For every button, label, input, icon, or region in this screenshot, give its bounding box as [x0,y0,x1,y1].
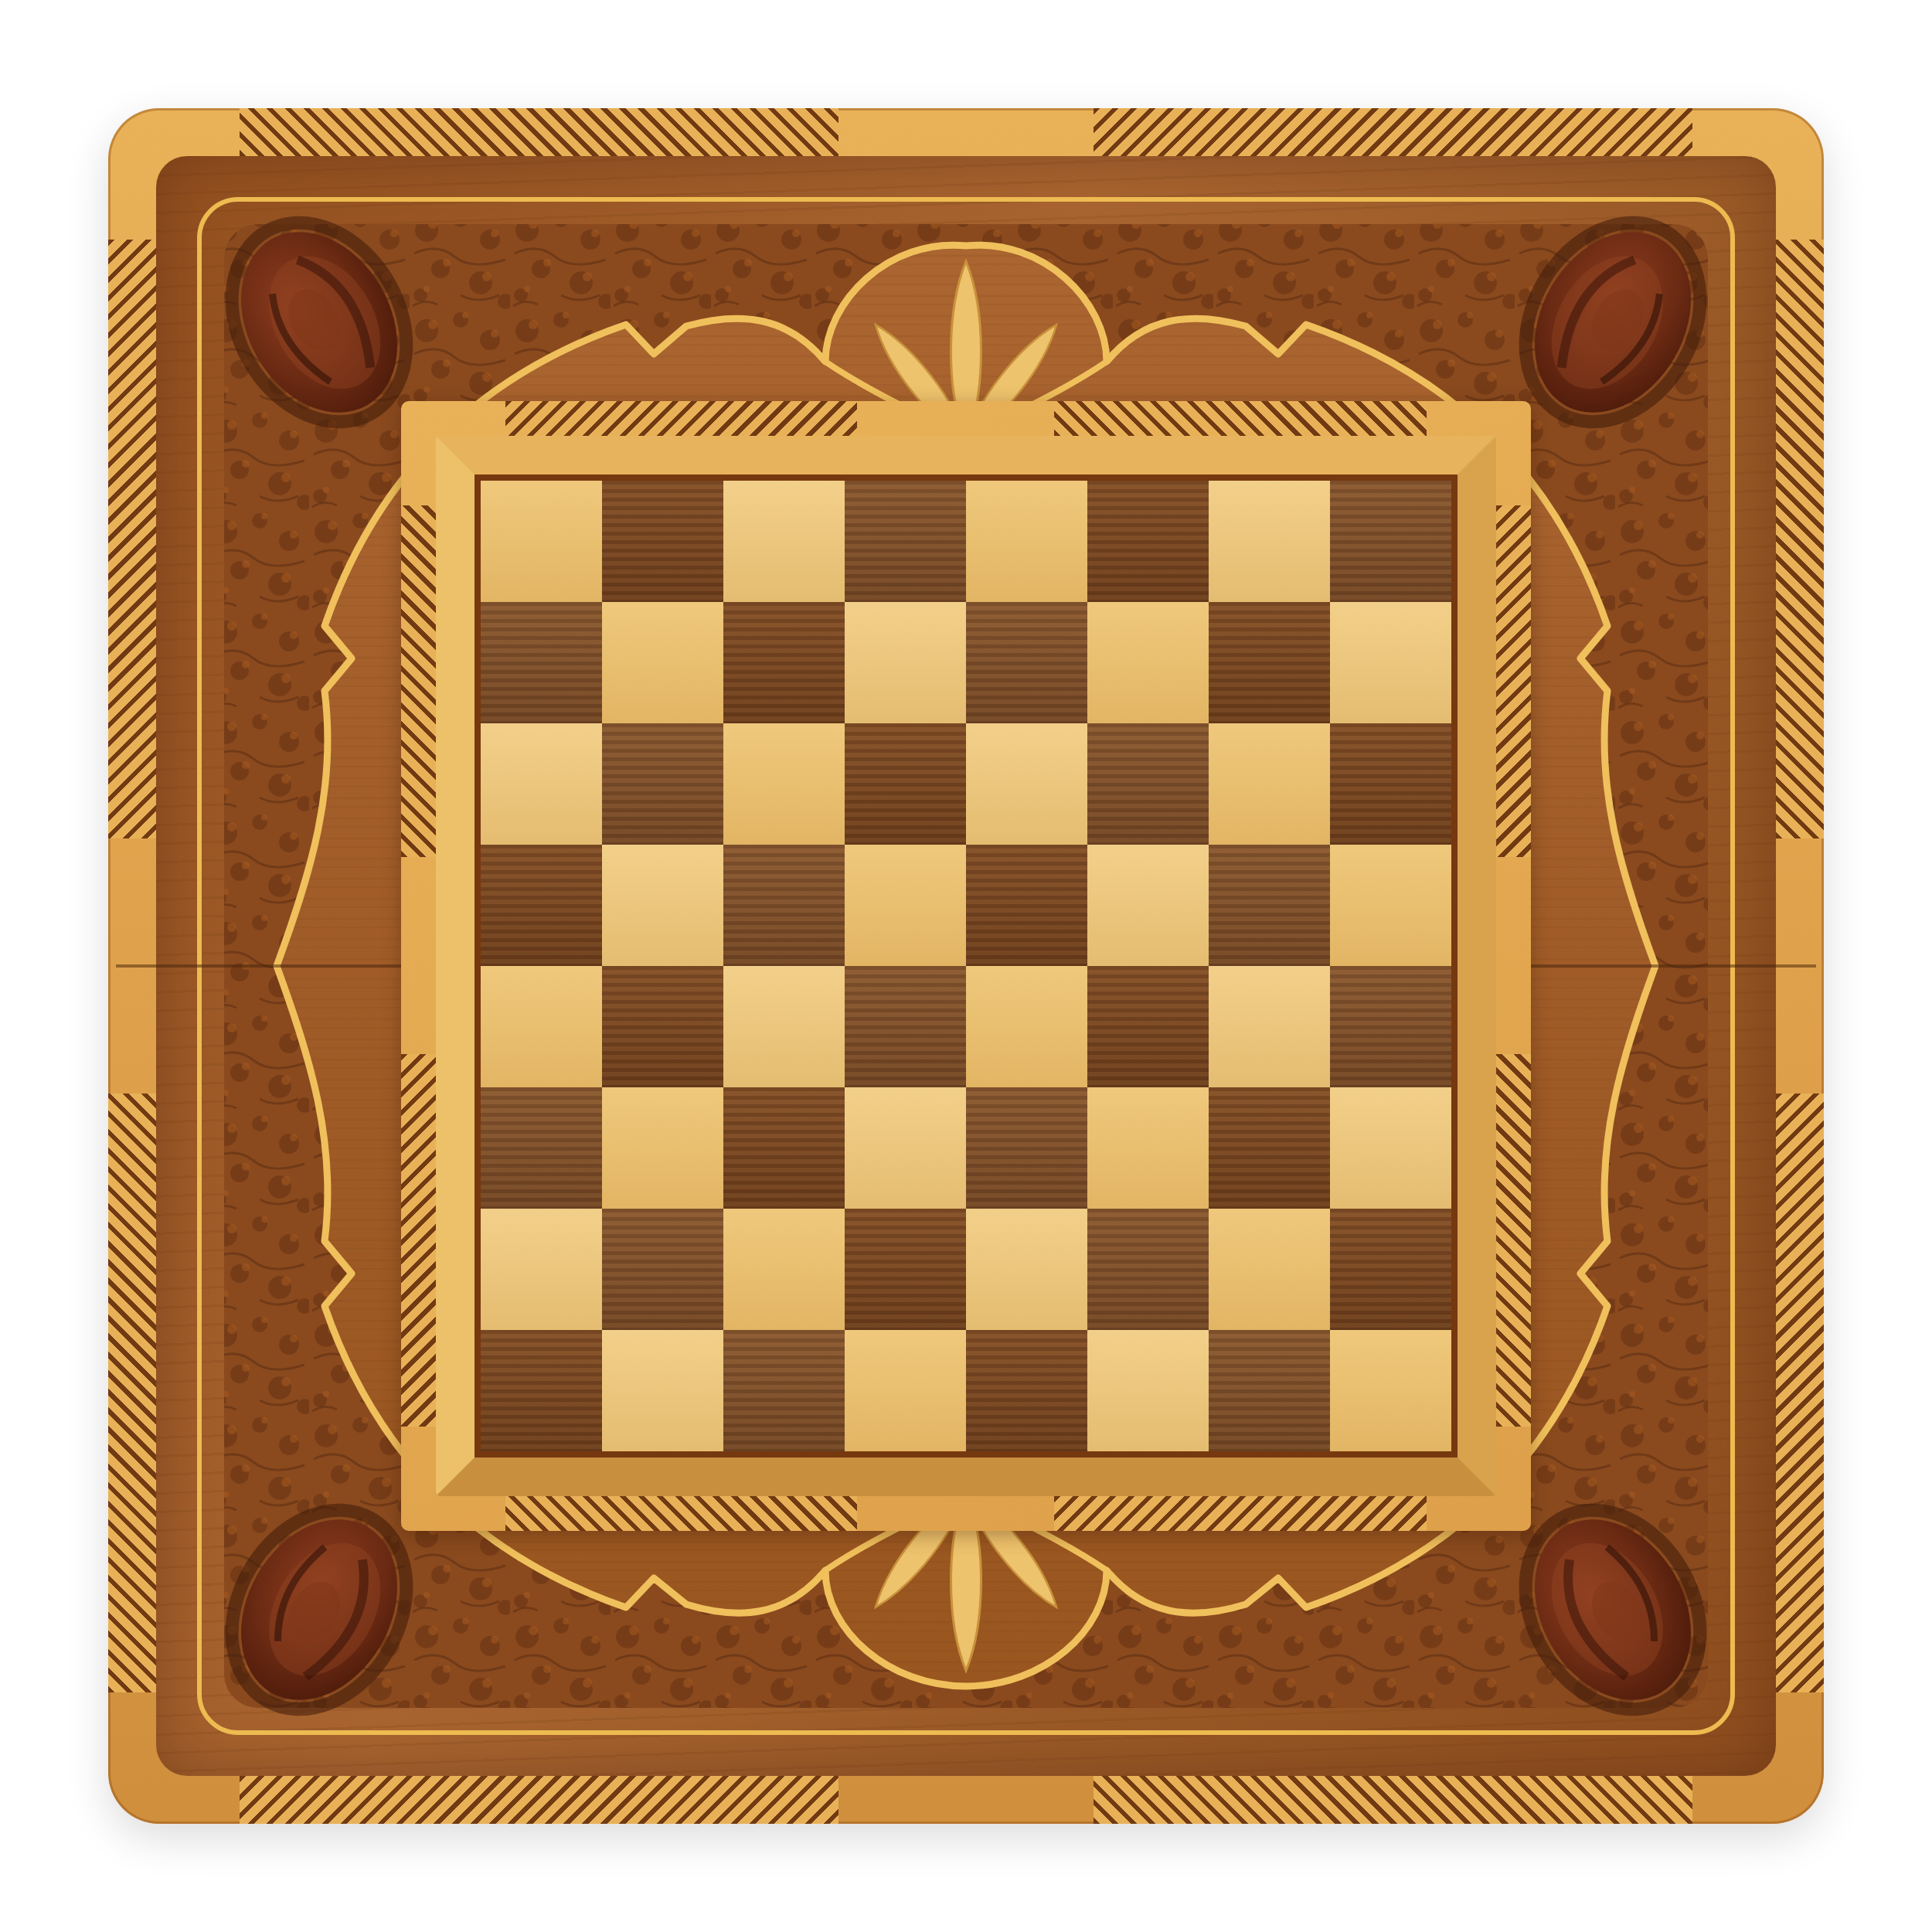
square-c6[interactable] [723,723,845,845]
square-f3[interactable] [1087,1087,1209,1209]
square-e1[interactable] [966,1330,1087,1451]
square-e2[interactable] [966,1209,1087,1330]
square-e5[interactable] [966,845,1087,966]
square-g2[interactable] [1209,1209,1330,1330]
square-e4[interactable] [966,966,1087,1087]
square-c1[interactable] [723,1330,845,1451]
square-c4[interactable] [723,966,845,1087]
square-h1[interactable] [1330,1330,1451,1451]
square-d7[interactable] [845,602,966,723]
square-f6[interactable] [1087,723,1209,845]
square-g8[interactable] [1209,481,1330,602]
square-h5[interactable] [1330,845,1451,966]
stripe-segment-bottom-near [505,1496,857,1531]
square-f7[interactable] [1087,602,1209,723]
square-a4[interactable] [481,966,602,1087]
square-h8[interactable] [1330,481,1451,602]
square-a2[interactable] [481,1209,602,1330]
square-a6[interactable] [481,723,602,845]
stripe-segment-right-near [1496,505,1531,857]
stripe-segment-left-near [401,505,436,857]
square-b5[interactable] [602,845,723,966]
square-f8[interactable] [1087,481,1209,602]
square-b4[interactable] [602,966,723,1087]
square-a8[interactable] [481,481,602,602]
square-b1[interactable] [602,1330,723,1451]
stripe-segment-left-far [401,1054,436,1427]
square-f4[interactable] [1087,966,1209,1087]
chessboard-grid [481,481,1451,1451]
square-h2[interactable] [1330,1209,1451,1330]
square-b6[interactable] [602,723,723,845]
square-a5[interactable] [481,845,602,966]
square-g3[interactable] [1209,1087,1330,1209]
square-h7[interactable] [1330,602,1451,723]
square-e3[interactable] [966,1087,1087,1209]
stripe-segment-bottom-far [1054,1496,1427,1531]
square-h6[interactable] [1330,723,1451,845]
square-g4[interactable] [1209,966,1330,1087]
square-d3[interactable] [845,1087,966,1209]
square-a1[interactable] [481,1330,602,1451]
square-f1[interactable] [1087,1330,1209,1451]
square-e8[interactable] [966,481,1087,602]
product-photo-background [0,0,1932,1932]
square-h3[interactable] [1330,1087,1451,1209]
chess-board [108,108,1824,1824]
square-c8[interactable] [723,481,845,602]
stripe-segment-right-far [1496,1054,1531,1427]
square-h4[interactable] [1330,966,1451,1087]
square-c5[interactable] [723,845,845,966]
square-g5[interactable] [1209,845,1330,966]
stripe-segment-top-far [1054,401,1427,436]
square-f2[interactable] [1087,1209,1209,1330]
square-b2[interactable] [602,1209,723,1330]
square-b3[interactable] [602,1087,723,1209]
square-g1[interactable] [1209,1330,1330,1451]
square-c7[interactable] [723,602,845,723]
square-g7[interactable] [1209,602,1330,723]
square-d2[interactable] [845,1209,966,1330]
square-g6[interactable] [1209,723,1330,845]
square-d4[interactable] [845,966,966,1087]
stripe-segment-top-near [505,401,857,436]
square-d1[interactable] [845,1330,966,1451]
square-d8[interactable] [845,481,966,602]
square-c2[interactable] [723,1209,845,1330]
square-d6[interactable] [845,723,966,845]
square-c3[interactable] [723,1087,845,1209]
square-b7[interactable] [602,602,723,723]
square-a3[interactable] [481,1087,602,1209]
square-a7[interactable] [481,602,602,723]
square-f5[interactable] [1087,845,1209,966]
square-e7[interactable] [966,602,1087,723]
square-b8[interactable] [602,481,723,602]
inner-board [401,401,1531,1531]
square-d5[interactable] [845,845,966,966]
square-e6[interactable] [966,723,1087,845]
